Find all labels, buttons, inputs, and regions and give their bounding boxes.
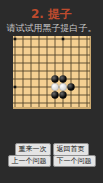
star-point (62, 38, 65, 41)
star-point (14, 38, 17, 41)
black-stone (51, 91, 58, 98)
grid-lines (13, 36, 90, 107)
instruction-text: 请试试用黑子提白子。 (0, 22, 103, 35)
star-point (14, 86, 17, 89)
white-stone (51, 83, 58, 90)
next-question-button[interactable]: 下一个问题 (53, 155, 96, 168)
black-stone (67, 83, 74, 90)
black-stone (59, 75, 66, 82)
go-board[interactable] (13, 36, 91, 109)
black-stone (51, 75, 58, 82)
page-title: 2. 提子 (0, 6, 103, 23)
button-row-2: 上一个问题 下一个问题 (0, 155, 103, 168)
white-stone (59, 83, 66, 90)
prev-question-button[interactable]: 上一个问题 (8, 155, 51, 168)
black-stone (59, 91, 66, 98)
go-tutorial-screen: 2. 提子 请试试用黑子提白子。 重来一次 返回首页 上一个问题 下一个问题 (0, 0, 103, 183)
